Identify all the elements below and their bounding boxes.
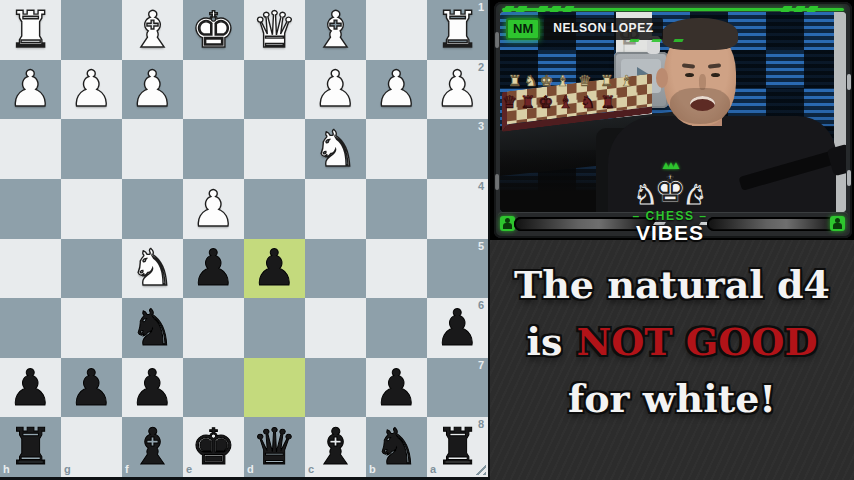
king-icon: ♚	[653, 171, 686, 208]
square-c3[interactable]: ♞	[305, 119, 366, 179]
caption-line-2-highlight: NOT GOOD	[576, 319, 817, 364]
studio-piece-cream: ♜	[508, 74, 521, 89]
square-f4[interactable]	[122, 179, 183, 239]
square-b4[interactable]	[366, 179, 427, 239]
studio-piece-maroon: ♛	[502, 94, 517, 111]
black-pawn[interactable]: ♟	[130, 363, 175, 413]
black-pawn[interactable]: ♟	[252, 243, 297, 293]
square-a5[interactable]: 5	[427, 239, 488, 299]
square-d3[interactable]	[244, 119, 305, 179]
chess-board-grid: ♜♝♚♛♝♜1♟♟♟♟♟♟2♞3♟4♞♟♟5♞♟6♟♟♟♟7♜hg♝f♚e♛d♝…	[0, 0, 488, 477]
white-rook[interactable]: ♜	[435, 5, 480, 55]
black-pawn[interactable]: ♟	[69, 363, 114, 413]
file-label-g: g	[64, 464, 71, 475]
screenshot: ♜♝♚♛♝♜1♟♟♟♟♟♟2♞3♟4♞♟♟5♞♟6♟♟♟♟7♜hg♝f♚e♛d♝…	[0, 0, 854, 480]
square-c2[interactable]: ♟	[305, 60, 366, 120]
white-pawn[interactable]: ♟	[130, 64, 175, 114]
rank-label-7: 7	[478, 360, 484, 371]
square-h7[interactable]: ♟	[0, 358, 61, 418]
rank-label-1: 1	[478, 2, 484, 13]
rank-label-6: 6	[478, 300, 484, 311]
square-h6[interactable]	[0, 298, 61, 358]
name-badge: NM NELSON LOPEZ	[506, 18, 663, 40]
file-label-f: f	[125, 464, 129, 475]
square-d6[interactable]	[244, 298, 305, 358]
square-b1[interactable]	[366, 0, 427, 60]
file-label-d: d	[247, 464, 254, 475]
square-d8[interactable]: ♛d	[244, 417, 305, 477]
black-pawn[interactable]: ♟	[374, 363, 419, 413]
square-a2[interactable]: ♟2	[427, 60, 488, 120]
square-a6[interactable]: ♟6	[427, 298, 488, 358]
studio-piece-cream: ♜	[600, 74, 613, 89]
caption-line-1: The natural d4	[490, 256, 854, 313]
square-a1[interactable]: ♜1	[427, 0, 488, 60]
square-e2[interactable]	[183, 60, 244, 120]
black-pawn[interactable]: ♟	[8, 363, 53, 413]
white-knight[interactable]: ♞	[313, 124, 358, 174]
square-a3[interactable]: 3	[427, 119, 488, 179]
presenter-ear	[656, 68, 668, 88]
rank-label-2: 2	[478, 62, 484, 73]
studio-piece-maroon: ♜	[600, 94, 615, 111]
chess-board: ♜♝♚♛♝♜1♟♟♟♟♟♟2♞3♟4♞♟♟5♞♟6♟♟♟♟7♜hg♝f♚e♛d♝…	[0, 0, 490, 480]
channel-logo-graphic: ▲▲▲ ♞ ♚ ♞	[622, 164, 718, 208]
audio-meter-right	[707, 217, 840, 231]
square-e4[interactable]: ♟	[183, 179, 244, 239]
square-h3[interactable]	[0, 119, 61, 179]
presenter-eye	[711, 73, 720, 77]
square-b3[interactable]	[366, 119, 427, 179]
white-pawn[interactable]: ♟	[435, 64, 480, 114]
frame-notch	[495, 174, 499, 190]
caption-panel: The natural d4 isNOT GOOD for white!	[490, 240, 854, 480]
rank-label-8: 8	[478, 419, 484, 430]
square-c6[interactable]	[305, 298, 366, 358]
square-g6[interactable]	[61, 298, 122, 358]
square-d7[interactable]	[244, 358, 305, 418]
rank-label-5: 5	[478, 241, 484, 252]
white-bishop[interactable]: ♝	[130, 5, 175, 55]
square-f6[interactable]: ♞	[122, 298, 183, 358]
black-bishop[interactable]: ♝	[313, 422, 358, 472]
caption-line-3: for white!	[490, 370, 854, 427]
square-h2[interactable]: ♟	[0, 60, 61, 120]
black-pawn[interactable]: ♟	[191, 243, 236, 293]
square-h1[interactable]: ♜	[0, 0, 61, 60]
square-f7[interactable]: ♟	[122, 358, 183, 418]
rank-label-4: 4	[478, 181, 484, 192]
frame-notch	[847, 74, 851, 90]
square-c7[interactable]	[305, 358, 366, 418]
white-rook[interactable]: ♜	[8, 5, 53, 55]
square-f8[interactable]: ♝f	[122, 417, 183, 477]
square-g8[interactable]: g	[61, 417, 122, 477]
square-e1[interactable]: ♚	[183, 0, 244, 60]
square-b7[interactable]: ♟	[366, 358, 427, 418]
frame-notch	[495, 32, 499, 48]
square-b5[interactable]	[366, 239, 427, 299]
presenter-eye	[685, 73, 694, 77]
user-icon	[830, 216, 845, 231]
square-e3[interactable]	[183, 119, 244, 179]
studio-piece-cream: ♛	[578, 74, 591, 89]
square-c4[interactable]	[305, 179, 366, 239]
file-label-e: e	[186, 464, 192, 475]
presenter-nose	[699, 74, 706, 90]
channel-logo-vibes: VIBES	[622, 221, 718, 245]
square-g3[interactable]	[61, 119, 122, 179]
title-badge: NM	[506, 18, 540, 40]
square-h8[interactable]: ♜h	[0, 417, 61, 477]
square-g2[interactable]: ♟	[61, 60, 122, 120]
square-g1[interactable]	[61, 0, 122, 60]
square-c8[interactable]: ♝c	[305, 417, 366, 477]
white-pawn[interactable]: ♟	[8, 64, 53, 114]
white-pawn[interactable]: ♟	[69, 64, 114, 114]
square-f2[interactable]: ♟	[122, 60, 183, 120]
square-f5[interactable]: ♞	[122, 239, 183, 299]
black-rook[interactable]: ♜	[8, 422, 53, 472]
file-label-b: b	[369, 464, 376, 475]
square-a4[interactable]: 4	[427, 179, 488, 239]
presenter-hair	[662, 18, 738, 50]
square-g4[interactable]	[61, 179, 122, 239]
black-queen[interactable]: ♛	[252, 422, 297, 472]
black-bishop[interactable]: ♝	[130, 422, 175, 472]
square-f1[interactable]: ♝	[122, 0, 183, 60]
square-g5[interactable]	[61, 239, 122, 299]
white-bishop[interactable]: ♝	[313, 5, 358, 55]
square-e8[interactable]: ♚e	[183, 417, 244, 477]
file-label-h: h	[3, 464, 10, 475]
frame-notch	[847, 170, 851, 186]
square-h5[interactable]	[0, 239, 61, 299]
square-b8[interactable]: ♞b	[366, 417, 427, 477]
square-d1[interactable]: ♛	[244, 0, 305, 60]
square-d4[interactable]	[244, 179, 305, 239]
square-a7[interactable]: 7	[427, 358, 488, 418]
white-knight[interactable]: ♞	[130, 243, 175, 293]
black-knight[interactable]: ♞	[374, 422, 419, 472]
black-knight[interactable]: ♞	[130, 303, 175, 353]
studio-piece-maroon: ♞	[580, 94, 595, 111]
black-pawn[interactable]: ♟	[435, 303, 480, 353]
studio-piece-cream: ♝	[556, 74, 569, 89]
square-c1[interactable]: ♝	[305, 0, 366, 60]
white-queen[interactable]: ♛	[252, 5, 297, 55]
caption-line-2-prefix: is	[527, 319, 563, 364]
white-pawn[interactable]: ♟	[374, 64, 419, 114]
square-d2[interactable]	[244, 60, 305, 120]
square-b2[interactable]: ♟	[366, 60, 427, 120]
presenter-mouth	[690, 96, 715, 111]
square-h4[interactable]	[0, 179, 61, 239]
studio-piece-cream: ♞	[524, 74, 537, 89]
file-label-c: c	[308, 464, 314, 475]
black-king[interactable]: ♚	[191, 422, 236, 472]
black-rook[interactable]: ♜	[435, 422, 480, 472]
square-e5[interactable]: ♟	[183, 239, 244, 299]
file-label-a: a	[430, 464, 436, 475]
studio-piece-maroon: ♚	[538, 94, 553, 111]
video-overlay-panel: ♚ ♜♞♚♝♛♜♝♛♜♚♝♞♜ NM	[490, 0, 854, 480]
studio-piece-cream: ♝	[620, 74, 633, 89]
badge-accent-dashes	[630, 39, 683, 42]
white-pawn[interactable]: ♟	[313, 64, 358, 114]
white-king[interactable]: ♚	[191, 5, 236, 55]
studio-piece-maroon: ♝	[558, 94, 573, 111]
user-add-icon	[500, 216, 515, 231]
square-a8[interactable]: ♜8a	[427, 417, 488, 477]
channel-logo: ▲▲▲ ♞ ♚ ♞ CHESS VIBES	[622, 164, 718, 245]
square-e6[interactable]	[183, 298, 244, 358]
square-d5[interactable]: ♟	[244, 239, 305, 299]
white-pawn[interactable]: ♟	[191, 184, 236, 234]
studio-piece-maroon: ♜	[520, 94, 535, 111]
caption-line-2: isNOT GOOD	[490, 313, 854, 370]
square-g7[interactable]: ♟	[61, 358, 122, 418]
square-b6[interactable]	[366, 298, 427, 358]
studio-piece-cream: ♚	[540, 74, 553, 89]
square-c5[interactable]	[305, 239, 366, 299]
rank-label-3: 3	[478, 121, 484, 132]
square-f3[interactable]	[122, 119, 183, 179]
presenter-name: NELSON LOPEZ	[544, 18, 663, 40]
square-e7[interactable]	[183, 358, 244, 418]
